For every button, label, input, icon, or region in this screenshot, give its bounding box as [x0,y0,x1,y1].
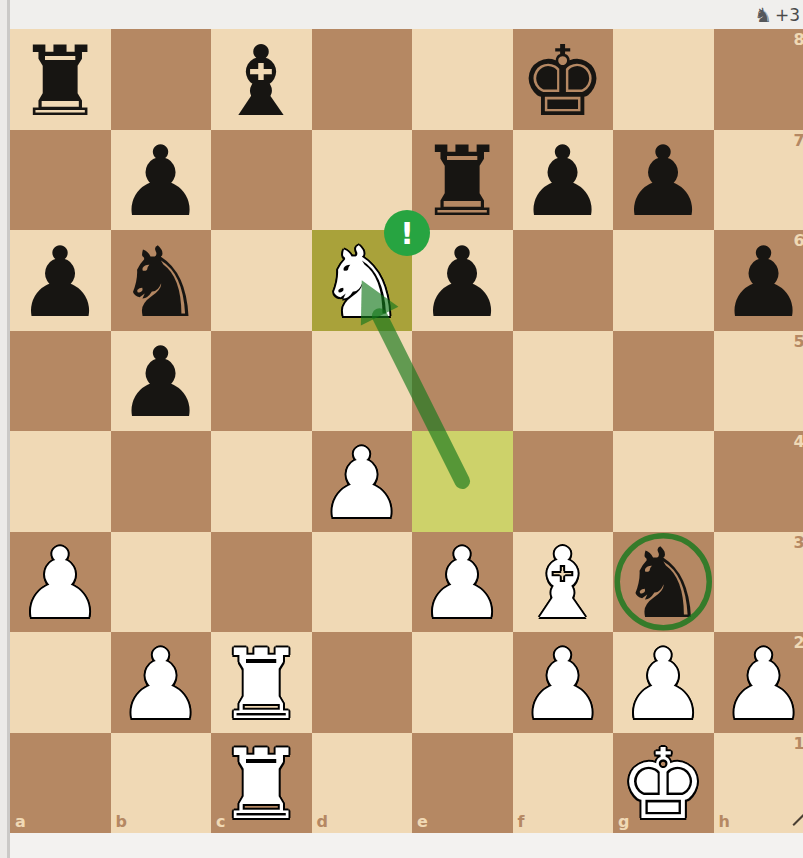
piece-black-pawn-h6[interactable]: ♟ [720,234,803,331]
square-c8[interactable]: ♝ [211,29,312,130]
square-d6[interactable]: ♞ [312,230,413,331]
piece-black-pawn-b7[interactable]: ♟ [117,133,204,230]
square-c2[interactable]: ♜ [211,632,312,733]
square-a5[interactable] [10,331,111,432]
square-c1[interactable]: ♜c [211,733,312,834]
coord-rank-5: 5 [794,334,803,350]
coord-rank-8: 8 [794,32,803,48]
square-b4[interactable] [111,431,212,532]
square-g2[interactable]: ♟ [613,632,714,733]
coord-file-g: g [618,814,629,830]
square-h5[interactable]: 5 [714,331,803,432]
square-a1[interactable]: a [10,733,111,834]
square-d4[interactable]: ♟ [312,431,413,532]
piece-black-knight-b6[interactable]: ♞ [117,234,204,331]
piece-black-pawn-b5[interactable]: ♟ [117,334,204,431]
square-a7[interactable] [10,130,111,231]
coord-rank-4: 4 [794,434,803,450]
square-h1[interactable]: h1 [714,733,803,834]
square-a8[interactable]: ♜ [10,29,111,130]
coord-file-f: f [518,814,525,830]
coord-rank-2: 2 [794,635,803,651]
coord-rank-3: 3 [794,535,803,551]
material-advantage-text: +3 [775,5,800,25]
square-e2[interactable] [412,632,513,733]
page-left-gutter [0,0,7,858]
square-a4[interactable] [10,431,111,532]
coord-file-e: e [417,814,428,830]
square-f8[interactable]: ♚ [513,29,614,130]
square-g3[interactable]: ♞ [613,532,714,633]
piece-black-pawn-a6[interactable]: ♟ [17,234,104,331]
piece-white-king-g1[interactable]: ♚ [620,736,707,833]
square-b6[interactable]: ♞ [111,230,212,331]
piece-white-pawn-b2[interactable]: ♟ [117,636,204,733]
square-e8[interactable] [412,29,513,130]
square-a3[interactable]: ♟ [10,532,111,633]
square-g5[interactable] [613,331,714,432]
square-g6[interactable] [613,230,714,331]
square-d5[interactable] [312,331,413,432]
square-c4[interactable] [211,431,312,532]
square-f3[interactable]: ♝ [513,532,614,633]
square-b3[interactable] [111,532,212,633]
coord-file-h: h [719,814,730,830]
square-f7[interactable]: ♟ [513,130,614,231]
square-h3[interactable]: 3 [714,532,803,633]
coord-file-c: c [216,814,225,830]
coord-rank-1: 1 [794,736,803,752]
piece-white-pawn-a3[interactable]: ♟ [17,535,104,632]
coord-file-a: a [15,814,26,830]
coord-rank-6: 6 [794,233,803,249]
square-b7[interactable]: ♟ [111,130,212,231]
square-g7[interactable]: ♟ [613,130,714,231]
square-d2[interactable] [312,632,413,733]
material-balance-bar: ♞ +3 [10,0,803,29]
square-g4[interactable] [613,431,714,532]
square-d3[interactable] [312,532,413,633]
piece-black-king-f8[interactable]: ♚ [519,33,606,130]
chess-board[interactable]: ♜♝♚8♟♜♟♟7♟♞♞♟♟6♟5♟4♟♟♝♞3♟♜♟♟♟2ab♜cdef♚gh… [10,29,803,833]
piece-black-bishop-c8[interactable]: ♝ [218,33,305,130]
square-h4[interactable]: 4 [714,431,803,532]
piece-white-pawn-f2[interactable]: ♟ [519,636,606,733]
square-d8[interactable] [312,29,413,130]
square-b1[interactable]: b [111,733,212,834]
square-c6[interactable] [211,230,312,331]
square-g1[interactable]: ♚g [613,733,714,834]
square-f1[interactable]: f [513,733,614,834]
piece-white-pawn-e3[interactable]: ♟ [419,535,506,632]
square-d7[interactable] [312,130,413,231]
piece-black-rook-a8[interactable]: ♜ [17,33,104,130]
square-h2[interactable]: ♟2 [714,632,803,733]
square-f5[interactable] [513,331,614,432]
square-b8[interactable] [111,29,212,130]
piece-black-pawn-g7[interactable]: ♟ [620,133,707,230]
square-e3[interactable]: ♟ [412,532,513,633]
coord-file-b: b [116,814,127,830]
coord-rank-7: 7 [794,133,803,149]
piece-black-pawn-e6[interactable]: ♟ [419,234,506,331]
coord-file-d: d [317,814,328,830]
piece-black-knight-g3[interactable]: ♞ [620,535,707,632]
square-e5[interactable] [412,331,513,432]
square-a2[interactable] [10,632,111,733]
square-e6[interactable]: ♟ [412,230,513,331]
piece-white-pawn-d4[interactable]: ♟ [318,435,405,532]
square-f6[interactable] [513,230,614,331]
square-b2[interactable]: ♟ [111,632,212,733]
square-c3[interactable] [211,532,312,633]
square-h7[interactable]: 7 [714,130,803,231]
square-f2[interactable]: ♟ [513,632,614,733]
square-e4[interactable] [412,431,513,532]
piece-white-rook-c2[interactable]: ♜ [218,636,305,733]
square-e7[interactable]: ♜ [412,130,513,231]
square-h8[interactable]: 8 [714,29,803,130]
square-c7[interactable] [211,130,312,231]
square-a6[interactable]: ♟ [10,230,111,331]
square-e1[interactable]: e [412,733,513,834]
piece-white-rook-c1[interactable]: ♜ [218,736,305,833]
piece-white-knight-d6[interactable]: ♞ [318,234,405,331]
square-c5[interactable] [211,331,312,432]
square-b5[interactable]: ♟ [111,331,212,432]
piece-white-pawn-g2[interactable]: ♟ [620,636,707,733]
chess-board-container: ♜♝♚8♟♜♟♟7♟♞♞♟♟6♟5♟4♟♟♝♞3♟♜♟♟♟2ab♜cdef♚gh… [10,29,803,833]
knight-icon: ♞ [754,5,772,25]
piece-white-bishop-f3[interactable]: ♝ [519,535,606,632]
square-h6[interactable]: ♟6 [714,230,803,331]
piece-white-pawn-h2[interactable]: ♟ [720,636,803,733]
piece-black-pawn-f7[interactable]: ♟ [519,133,606,230]
square-d1[interactable]: d [312,733,413,834]
square-f4[interactable] [513,431,614,532]
square-g8[interactable] [613,29,714,130]
piece-black-rook-e7[interactable]: ♜ [419,133,506,230]
